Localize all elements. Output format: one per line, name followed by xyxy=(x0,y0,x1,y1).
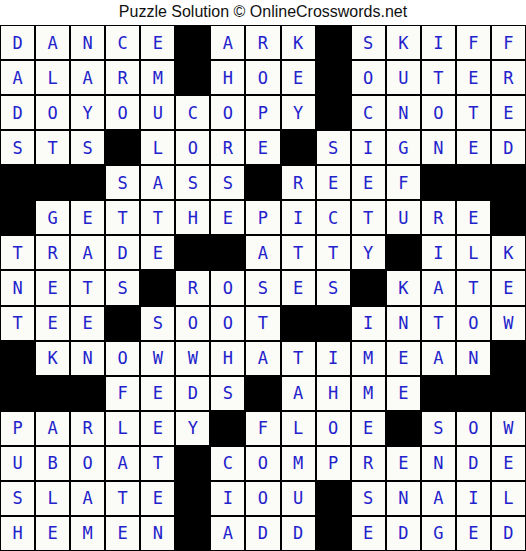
letter-cell-r2c13: T xyxy=(421,60,456,95)
black-cell-r9c4 xyxy=(105,306,140,341)
page-title: Puzzle Solution © OnlineCrosswords.net xyxy=(0,0,526,25)
letter-cell-r3c8: P xyxy=(245,95,280,130)
letter-cell-r10c4: O xyxy=(105,341,140,376)
letter-cell-r15c3: M xyxy=(70,516,105,551)
letter-cell-r9c3: E xyxy=(70,306,105,341)
letter-cell-r4c3: S xyxy=(70,130,105,165)
letter-cell-r8c14: T xyxy=(456,270,491,305)
letter-cell-r8c3: T xyxy=(70,270,105,305)
letter-cell-r6c9: I xyxy=(281,200,316,235)
black-cell-r5c2 xyxy=(35,165,70,200)
letter-cell-r13c1: U xyxy=(0,446,35,481)
letter-cell-r14c2: L xyxy=(35,481,70,516)
letter-cell-r12c15: W xyxy=(491,411,526,446)
letter-cell-r4c15: D xyxy=(491,130,526,165)
letter-cell-r10c2: K xyxy=(35,341,70,376)
letter-cell-r9c15: W xyxy=(491,306,526,341)
letter-cell-r3c13: O xyxy=(421,95,456,130)
letter-cell-r4c10: S xyxy=(316,130,351,165)
letter-cell-r12c3: R xyxy=(70,411,105,446)
black-cell-r11c15 xyxy=(491,376,526,411)
letter-cell-r4c7: R xyxy=(210,130,245,165)
letter-cell-r13c14: D xyxy=(456,446,491,481)
letter-cell-r6c6: H xyxy=(175,200,210,235)
letter-cell-r8c2: E xyxy=(35,270,70,305)
letter-cell-r2c8: O xyxy=(245,60,280,95)
letter-cell-r7c15: K xyxy=(491,235,526,270)
letter-cell-r11c11: M xyxy=(351,376,386,411)
letter-cell-r11c5: E xyxy=(140,376,175,411)
letter-cell-r15c5: N xyxy=(140,516,175,551)
letter-cell-r7c11: Y xyxy=(351,235,386,270)
letter-cell-r10c13: A xyxy=(421,341,456,376)
puzzle-solution-page: Puzzle Solution © OnlineCrosswords.net D… xyxy=(0,0,526,551)
letter-cell-r15c4: E xyxy=(105,516,140,551)
letter-cell-r4c12: G xyxy=(386,130,421,165)
black-cell-r11c3 xyxy=(70,376,105,411)
letter-cell-r4c11: I xyxy=(351,130,386,165)
letter-cell-r6c5: T xyxy=(140,200,175,235)
letter-cell-r8c6: R xyxy=(175,270,210,305)
letter-cell-r12c5: E xyxy=(140,411,175,446)
letter-cell-r15c13: G xyxy=(421,516,456,551)
letter-cell-r12c13: S xyxy=(421,411,456,446)
letter-cell-r2c3: A xyxy=(70,60,105,95)
black-cell-r15c10 xyxy=(316,516,351,551)
letter-cell-r12c6: Y xyxy=(175,411,210,446)
letter-cell-r14c1: S xyxy=(0,481,35,516)
letter-cell-r14c13: A xyxy=(421,481,456,516)
letter-cell-r3c6: C xyxy=(175,95,210,130)
letter-cell-r9c1: T xyxy=(0,306,35,341)
letter-cell-r15c2: E xyxy=(35,516,70,551)
letter-cell-r8c15: E xyxy=(491,270,526,305)
black-cell-r11c8 xyxy=(245,376,280,411)
letter-cell-r12c14: O xyxy=(456,411,491,446)
black-cell-r1c10 xyxy=(316,25,351,60)
letter-cell-r5c10: E xyxy=(316,165,351,200)
letter-cell-r2c15: R xyxy=(491,60,526,95)
letter-cell-r14c8: O xyxy=(245,481,280,516)
letter-cell-r4c1: S xyxy=(0,130,35,165)
letter-cell-r6c3: E xyxy=(70,200,105,235)
letter-cell-r15c7: A xyxy=(210,516,245,551)
letter-cell-r6c2: G xyxy=(35,200,70,235)
black-cell-r3c10 xyxy=(316,95,351,130)
letter-cell-r13c11: R xyxy=(351,446,386,481)
black-cell-r12c12 xyxy=(386,411,421,446)
black-cell-r6c1 xyxy=(0,200,35,235)
letter-cell-r6c7: E xyxy=(210,200,245,235)
letter-cell-r10c6: W xyxy=(175,341,210,376)
letter-cell-r13c9: M xyxy=(281,446,316,481)
letter-cell-r12c10: O xyxy=(316,411,351,446)
letter-cell-r10c11: M xyxy=(351,341,386,376)
letter-cell-r7c8: A xyxy=(245,235,280,270)
letter-cell-r5c9: R xyxy=(281,165,316,200)
letter-cell-r13c12: E xyxy=(386,446,421,481)
letter-cell-r10c14: N xyxy=(456,341,491,376)
black-cell-r14c10 xyxy=(316,481,351,516)
letter-cell-r15c8: D xyxy=(245,516,280,551)
letter-cell-r3c12: N xyxy=(386,95,421,130)
letter-cell-r1c3: N xyxy=(70,25,105,60)
black-cell-r14c6 xyxy=(175,481,210,516)
letter-cell-r13c7: C xyxy=(210,446,245,481)
letter-cell-r10c7: H xyxy=(210,341,245,376)
black-cell-r5c8 xyxy=(245,165,280,200)
letter-cell-r12c4: L xyxy=(105,411,140,446)
letter-cell-r1c15: F xyxy=(491,25,526,60)
letter-cell-r2c11: O xyxy=(351,60,386,95)
letter-cell-r15c15: D xyxy=(491,516,526,551)
letter-cell-r8c12: K xyxy=(386,270,421,305)
letter-cell-r9c2: E xyxy=(35,306,70,341)
black-cell-r5c1 xyxy=(0,165,35,200)
letter-cell-r3c7: O xyxy=(210,95,245,130)
black-cell-r7c6 xyxy=(175,235,210,270)
letter-cell-r11c9: A xyxy=(281,376,316,411)
letter-cell-r5c7: S xyxy=(210,165,245,200)
letter-cell-r6c10: C xyxy=(316,200,351,235)
letter-cell-r1c2: A xyxy=(35,25,70,60)
letter-cell-r8c4: S xyxy=(105,270,140,305)
letter-cell-r15c11: E xyxy=(351,516,386,551)
letter-cell-r14c5: E xyxy=(140,481,175,516)
black-cell-r2c10 xyxy=(316,60,351,95)
letter-cell-r13c13: N xyxy=(421,446,456,481)
letter-cell-r9c14: O xyxy=(456,306,491,341)
letter-cell-r13c8: O xyxy=(245,446,280,481)
letter-cell-r8c8: S xyxy=(245,270,280,305)
letter-cell-r12c9: L xyxy=(281,411,316,446)
letter-cell-r1c1: D xyxy=(0,25,35,60)
letter-cell-r1c7: A xyxy=(210,25,245,60)
letter-cell-r2c4: R xyxy=(105,60,140,95)
black-cell-r10c1 xyxy=(0,341,35,376)
letter-cell-r5c4: S xyxy=(105,165,140,200)
letter-cell-r2c5: M xyxy=(140,60,175,95)
letter-cell-r10c9: T xyxy=(281,341,316,376)
black-cell-r8c11 xyxy=(351,270,386,305)
letter-cell-r14c7: I xyxy=(210,481,245,516)
letter-cell-r4c8: E xyxy=(245,130,280,165)
letter-cell-r9c12: N xyxy=(386,306,421,341)
letter-cell-r1c5: E xyxy=(140,25,175,60)
black-cell-r12c7 xyxy=(210,411,245,446)
letter-cell-r14c4: T xyxy=(105,481,140,516)
letter-cell-r5c6: S xyxy=(175,165,210,200)
letter-cell-r8c7: O xyxy=(210,270,245,305)
black-cell-r5c14 xyxy=(456,165,491,200)
letter-cell-r4c14: E xyxy=(456,130,491,165)
letter-cell-r12c8: F xyxy=(245,411,280,446)
letter-cell-r6c12: U xyxy=(386,200,421,235)
letter-cell-r10c3: N xyxy=(70,341,105,376)
letter-cell-r13c4: A xyxy=(105,446,140,481)
letter-cell-r15c14: E xyxy=(456,516,491,551)
letter-cell-r4c5: L xyxy=(140,130,175,165)
letter-cell-r7c2: R xyxy=(35,235,70,270)
letter-cell-r15c9: D xyxy=(281,516,316,551)
letter-cell-r6c8: P xyxy=(245,200,280,235)
black-cell-r7c12 xyxy=(386,235,421,270)
black-cell-r15c6 xyxy=(175,516,210,551)
letter-cell-r5c5: A xyxy=(140,165,175,200)
black-cell-r2c6 xyxy=(175,60,210,95)
letter-cell-r13c15: E xyxy=(491,446,526,481)
letter-cell-r2c9: E xyxy=(281,60,316,95)
black-cell-r4c9 xyxy=(281,130,316,165)
black-cell-r11c13 xyxy=(421,376,456,411)
black-cell-r5c3 xyxy=(70,165,105,200)
letter-cell-r10c5: W xyxy=(140,341,175,376)
letter-cell-r9c5: S xyxy=(140,306,175,341)
letter-cell-r15c1: H xyxy=(0,516,35,551)
letter-cell-r7c13: I xyxy=(421,235,456,270)
letter-cell-r1c14: F xyxy=(456,25,491,60)
letter-cell-r12c1: P xyxy=(0,411,35,446)
letter-cell-r1c12: K xyxy=(386,25,421,60)
letter-cell-r6c13: R xyxy=(421,200,456,235)
black-cell-r13c6 xyxy=(175,446,210,481)
letter-cell-r3c5: U xyxy=(140,95,175,130)
letter-cell-r3c15: E xyxy=(491,95,526,130)
letter-cell-r7c4: D xyxy=(105,235,140,270)
letter-cell-r15c12: D xyxy=(386,516,421,551)
letter-cell-r11c10: H xyxy=(316,376,351,411)
black-cell-r9c9 xyxy=(281,306,316,341)
letter-cell-r9c11: I xyxy=(351,306,386,341)
letter-cell-r12c2: A xyxy=(35,411,70,446)
letter-cell-r3c14: T xyxy=(456,95,491,130)
letter-cell-r11c4: F xyxy=(105,376,140,411)
letter-cell-r4c13: N xyxy=(421,130,456,165)
letter-cell-r14c12: N xyxy=(386,481,421,516)
letter-cell-r14c11: S xyxy=(351,481,386,516)
letter-cell-r3c4: O xyxy=(105,95,140,130)
letter-cell-r7c14: L xyxy=(456,235,491,270)
letter-cell-r5c12: F xyxy=(386,165,421,200)
letter-cell-r2c14: E xyxy=(456,60,491,95)
letter-cell-r13c3: O xyxy=(70,446,105,481)
black-cell-r5c13 xyxy=(421,165,456,200)
letter-cell-r5c11: E xyxy=(351,165,386,200)
letter-cell-r3c11: C xyxy=(351,95,386,130)
letter-cell-r2c2: L xyxy=(35,60,70,95)
letter-cell-r6c14: E xyxy=(456,200,491,235)
letter-cell-r13c2: B xyxy=(35,446,70,481)
letter-cell-r1c8: R xyxy=(245,25,280,60)
letter-cell-r9c8: T xyxy=(245,306,280,341)
letter-cell-r6c4: T xyxy=(105,200,140,235)
black-cell-r11c14 xyxy=(456,376,491,411)
letter-cell-r10c8: A xyxy=(245,341,280,376)
letter-cell-r7c1: T xyxy=(0,235,35,270)
letter-cell-r4c6: O xyxy=(175,130,210,165)
letter-cell-r3c2: O xyxy=(35,95,70,130)
crossword-grid: DANCEARKSKIFFALARMHOEOUTERDOYOUCOPYCNOTE… xyxy=(0,25,526,551)
letter-cell-r4c2: T xyxy=(35,130,70,165)
letter-cell-r12c11: E xyxy=(351,411,386,446)
letter-cell-r7c3: A xyxy=(70,235,105,270)
black-cell-r10c15 xyxy=(491,341,526,376)
letter-cell-r3c1: D xyxy=(0,95,35,130)
letter-cell-r14c14: I xyxy=(456,481,491,516)
letter-cell-r2c12: U xyxy=(386,60,421,95)
letter-cell-r8c9: E xyxy=(281,270,316,305)
letter-cell-r14c15: L xyxy=(491,481,526,516)
letter-cell-r2c7: H xyxy=(210,60,245,95)
black-cell-r4c4 xyxy=(105,130,140,165)
black-cell-r11c2 xyxy=(35,376,70,411)
letter-cell-r10c12: E xyxy=(386,341,421,376)
letter-cell-r9c7: O xyxy=(210,306,245,341)
letter-cell-r9c6: O xyxy=(175,306,210,341)
letter-cell-r11c7: S xyxy=(210,376,245,411)
letter-cell-r13c5: T xyxy=(140,446,175,481)
black-cell-r6c15 xyxy=(491,200,526,235)
letter-cell-r8c10: S xyxy=(316,270,351,305)
black-cell-r9c10 xyxy=(316,306,351,341)
letter-cell-r14c9: U xyxy=(281,481,316,516)
letter-cell-r8c13: A xyxy=(421,270,456,305)
letter-cell-r8c1: N xyxy=(0,270,35,305)
letter-cell-r10c10: I xyxy=(316,341,351,376)
black-cell-r11c1 xyxy=(0,376,35,411)
letter-cell-r13c10: P xyxy=(316,446,351,481)
black-cell-r1c6 xyxy=(175,25,210,60)
letter-cell-r11c6: D xyxy=(175,376,210,411)
letter-cell-r11c12: E xyxy=(386,376,421,411)
letter-cell-r1c9: K xyxy=(281,25,316,60)
black-cell-r5c15 xyxy=(491,165,526,200)
letter-cell-r7c10: T xyxy=(316,235,351,270)
letter-cell-r1c11: S xyxy=(351,25,386,60)
letter-cell-r3c3: Y xyxy=(70,95,105,130)
letter-cell-r7c5: E xyxy=(140,235,175,270)
letter-cell-r7c9: T xyxy=(281,235,316,270)
letter-cell-r1c13: I xyxy=(421,25,456,60)
black-cell-r8c5 xyxy=(140,270,175,305)
black-cell-r7c7 xyxy=(210,235,245,270)
letter-cell-r9c13: T xyxy=(421,306,456,341)
letter-cell-r1c4: C xyxy=(105,25,140,60)
letter-cell-r6c11: T xyxy=(351,200,386,235)
letter-cell-r3c9: Y xyxy=(281,95,316,130)
letter-cell-r2c1: A xyxy=(0,60,35,95)
letter-cell-r14c3: A xyxy=(70,481,105,516)
